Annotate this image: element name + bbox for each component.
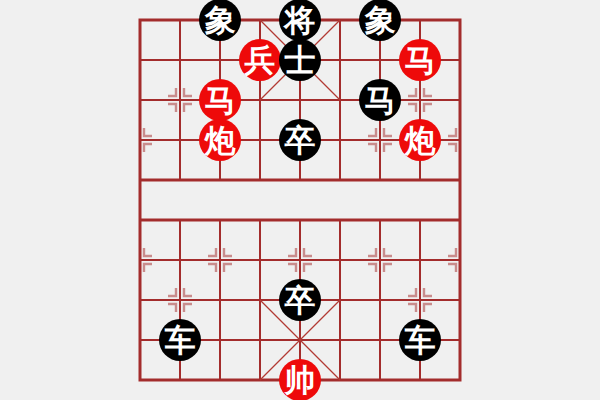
piece-red-horse[interactable]: 马 bbox=[199, 79, 241, 121]
piece-red-horse[interactable]: 马 bbox=[399, 39, 441, 81]
piece-red-pawn[interactable]: 兵 bbox=[239, 39, 281, 81]
pieces-layer: 象将象兵士马马马炮卒炮卒车车帅 bbox=[0, 0, 600, 400]
piece-black-pawn[interactable]: 卒 bbox=[279, 119, 321, 161]
piece-black-general[interactable]: 将 bbox=[279, 0, 321, 41]
piece-black-advisor[interactable]: 士 bbox=[279, 39, 321, 81]
xiangqi-diagram: 象将象兵士马马马炮卒炮卒车车帅 bbox=[0, 0, 600, 400]
piece-red-cannon[interactable]: 炮 bbox=[199, 119, 241, 161]
piece-black-elephant[interactable]: 象 bbox=[199, 0, 241, 41]
piece-red-cannon[interactable]: 炮 bbox=[399, 119, 441, 161]
piece-red-general[interactable]: 帅 bbox=[279, 359, 321, 400]
piece-black-pawn[interactable]: 卒 bbox=[279, 279, 321, 321]
piece-black-horse[interactable]: 马 bbox=[359, 79, 401, 121]
piece-black-elephant[interactable]: 象 bbox=[359, 0, 401, 41]
piece-black-chariot[interactable]: 车 bbox=[159, 319, 201, 361]
piece-black-chariot[interactable]: 车 bbox=[399, 319, 441, 361]
